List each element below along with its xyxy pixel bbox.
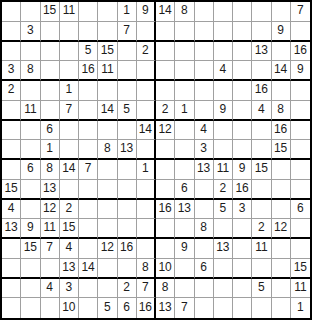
- cell-r5c1[interactable]: 2: [2, 81, 21, 101]
- cell-r3c12[interactable]: [214, 42, 233, 62]
- cell-r6c3[interactable]: [41, 101, 60, 121]
- cell-r7c14[interactable]: [252, 121, 271, 141]
- cell-r10c3[interactable]: 13: [41, 180, 60, 200]
- cell-r11c2[interactable]: [21, 200, 40, 220]
- cell-r9c16[interactable]: [291, 160, 310, 180]
- cell-r7c1[interactable]: [2, 121, 21, 141]
- cell-r6c15[interactable]: 8: [272, 101, 291, 121]
- cell-r5c5[interactable]: [79, 81, 98, 101]
- cell-r4c4[interactable]: [60, 61, 79, 81]
- cell-r12c4[interactable]: 15: [60, 219, 79, 239]
- cell-r2c1[interactable]: [2, 22, 21, 42]
- cell-r4c10[interactable]: [175, 61, 194, 81]
- cell-r1c14[interactable]: [252, 2, 271, 22]
- cell-r3c6[interactable]: 15: [98, 42, 117, 62]
- cell-r7c16[interactable]: [291, 121, 310, 141]
- cell-r13c16[interactable]: [291, 239, 310, 259]
- cell-r12c7[interactable]: [118, 219, 137, 239]
- cell-r6c10[interactable]: 1: [175, 101, 194, 121]
- cell-r4c2[interactable]: 8: [21, 61, 40, 81]
- cell-r13c4[interactable]: 4: [60, 239, 79, 259]
- cell-r5c4[interactable]: 1: [60, 81, 79, 101]
- cell-r3c8[interactable]: 2: [137, 42, 156, 62]
- cell-r14c14[interactable]: [252, 259, 271, 279]
- cell-r13c12[interactable]: 13: [214, 239, 233, 259]
- cell-r2c10[interactable]: [175, 22, 194, 42]
- cell-r12c16[interactable]: [291, 219, 310, 239]
- cell-r6c12[interactable]: 9: [214, 101, 233, 121]
- cell-r1c8[interactable]: 9: [137, 2, 156, 22]
- cell-r5c6[interactable]: [98, 81, 117, 101]
- cell-r10c9[interactable]: [156, 180, 175, 200]
- cell-r15c11[interactable]: [195, 279, 214, 299]
- cell-r8c9[interactable]: [156, 140, 175, 160]
- cell-r16c14[interactable]: [252, 298, 271, 318]
- cell-r9c5[interactable]: 7: [79, 160, 98, 180]
- cell-r2c15[interactable]: 9: [272, 22, 291, 42]
- cell-r15c15[interactable]: [272, 279, 291, 299]
- cell-r5c3[interactable]: [41, 81, 60, 101]
- cell-r12c11[interactable]: 8: [195, 219, 214, 239]
- cell-r3c3[interactable]: [41, 42, 60, 62]
- cell-r5c9[interactable]: [156, 81, 175, 101]
- cell-r5c13[interactable]: [233, 81, 252, 101]
- cell-r10c5[interactable]: [79, 180, 98, 200]
- cell-r10c11[interactable]: [195, 180, 214, 200]
- cell-r8c2[interactable]: [21, 140, 40, 160]
- cell-r5c2[interactable]: [21, 81, 40, 101]
- cell-r11c8[interactable]: [137, 200, 156, 220]
- cell-r4c16[interactable]: 9: [291, 61, 310, 81]
- cell-r8c13[interactable]: [233, 140, 252, 160]
- cell-r9c6[interactable]: [98, 160, 117, 180]
- cell-r6c7[interactable]: 5: [118, 101, 137, 121]
- cell-r13c1[interactable]: [2, 239, 21, 259]
- cell-r16c5[interactable]: [79, 298, 98, 318]
- cell-r13c5[interactable]: [79, 239, 98, 259]
- cell-r9c12[interactable]: 11: [214, 160, 233, 180]
- cell-r2c3[interactable]: [41, 22, 60, 42]
- cell-r14c3[interactable]: [41, 259, 60, 279]
- cell-r14c16[interactable]: 15: [291, 259, 310, 279]
- cell-r3c10[interactable]: [175, 42, 194, 62]
- cell-r6c5[interactable]: [79, 101, 98, 121]
- cell-r16c7[interactable]: 6: [118, 298, 137, 318]
- cell-r9c1[interactable]: [2, 160, 21, 180]
- cell-r12c15[interactable]: 12: [272, 219, 291, 239]
- cell-r14c1[interactable]: [2, 259, 21, 279]
- cell-r12c8[interactable]: [137, 219, 156, 239]
- cell-r11c16[interactable]: 6: [291, 200, 310, 220]
- cell-r9c9[interactable]: [156, 160, 175, 180]
- cell-r16c10[interactable]: 7: [175, 298, 194, 318]
- cell-r6c2[interactable]: 11: [21, 101, 40, 121]
- cell-r10c6[interactable]: [98, 180, 117, 200]
- cell-r8c12[interactable]: [214, 140, 233, 160]
- cell-r4c6[interactable]: 11: [98, 61, 117, 81]
- cell-r3c9[interactable]: [156, 42, 175, 62]
- cell-r1c15[interactable]: [272, 2, 291, 22]
- cell-r8c16[interactable]: [291, 140, 310, 160]
- cell-r14c7[interactable]: [118, 259, 137, 279]
- cell-r13c9[interactable]: [156, 239, 175, 259]
- cell-r12c14[interactable]: 2: [252, 219, 271, 239]
- cell-r2c14[interactable]: [252, 22, 271, 42]
- cell-r15c5[interactable]: [79, 279, 98, 299]
- cell-r11c13[interactable]: 3: [233, 200, 252, 220]
- cell-r3c16[interactable]: 16: [291, 42, 310, 62]
- cell-r9c15[interactable]: [272, 160, 291, 180]
- cell-r16c13[interactable]: [233, 298, 252, 318]
- cell-r5c8[interactable]: [137, 81, 156, 101]
- cell-r9c10[interactable]: [175, 160, 194, 180]
- cell-r4c5[interactable]: 16: [79, 61, 98, 81]
- cell-r10c12[interactable]: 2: [214, 180, 233, 200]
- cell-r3c5[interactable]: 5: [79, 42, 98, 62]
- cell-r5c7[interactable]: [118, 81, 137, 101]
- cell-r16c2[interactable]: [21, 298, 40, 318]
- cell-r9c7[interactable]: [118, 160, 137, 180]
- cell-r6c9[interactable]: 2: [156, 101, 175, 121]
- cell-r8c5[interactable]: [79, 140, 98, 160]
- cell-r2c13[interactable]: [233, 22, 252, 42]
- cell-r11c3[interactable]: 12: [41, 200, 60, 220]
- cell-r8c3[interactable]: 1: [41, 140, 60, 160]
- cell-r7c15[interactable]: 16: [272, 121, 291, 141]
- cell-r4c15[interactable]: 14: [272, 61, 291, 81]
- cell-r4c14[interactable]: [252, 61, 271, 81]
- cell-r7c2[interactable]: [21, 121, 40, 141]
- cell-r3c1[interactable]: [2, 42, 21, 62]
- cell-r13c6[interactable]: 12: [98, 239, 117, 259]
- cell-r16c8[interactable]: 16: [137, 298, 156, 318]
- cell-r10c1[interactable]: 15: [2, 180, 21, 200]
- cell-r12c3[interactable]: 11: [41, 219, 60, 239]
- cell-r2c6[interactable]: [98, 22, 117, 42]
- cell-r16c9[interactable]: 13: [156, 298, 175, 318]
- cell-r15c16[interactable]: 11: [291, 279, 310, 299]
- cell-r14c9[interactable]: 10: [156, 259, 175, 279]
- cell-r9c13[interactable]: 9: [233, 160, 252, 180]
- cell-r8c14[interactable]: [252, 140, 271, 160]
- cell-r2c16[interactable]: [291, 22, 310, 42]
- cell-r8c4[interactable]: [60, 140, 79, 160]
- cell-r4c1[interactable]: 3: [2, 61, 21, 81]
- cell-r13c7[interactable]: 16: [118, 239, 137, 259]
- cell-r5c11[interactable]: [195, 81, 214, 101]
- cell-r15c14[interactable]: 5: [252, 279, 271, 299]
- cell-r14c2[interactable]: [21, 259, 40, 279]
- cell-r14c6[interactable]: [98, 259, 117, 279]
- cell-r2c12[interactable]: [214, 22, 233, 42]
- cell-r7c6[interactable]: [98, 121, 117, 141]
- cell-r6c16[interactable]: [291, 101, 310, 121]
- cell-r5c16[interactable]: [291, 81, 310, 101]
- cell-r8c11[interactable]: 3: [195, 140, 214, 160]
- cell-r3c11[interactable]: [195, 42, 214, 62]
- cell-r14c15[interactable]: [272, 259, 291, 279]
- cell-r2c8[interactable]: [137, 22, 156, 42]
- cell-r15c9[interactable]: 8: [156, 279, 175, 299]
- cell-r3c13[interactable]: [233, 42, 252, 62]
- cell-r11c11[interactable]: [195, 200, 214, 220]
- cell-r3c7[interactable]: [118, 42, 137, 62]
- cell-r16c1[interactable]: [2, 298, 21, 318]
- cell-r8c10[interactable]: [175, 140, 194, 160]
- cell-r6c6[interactable]: 14: [98, 101, 117, 121]
- cell-r6c4[interactable]: 7: [60, 101, 79, 121]
- cell-r11c5[interactable]: [79, 200, 98, 220]
- cell-r11c10[interactable]: 13: [175, 200, 194, 220]
- cell-r7c11[interactable]: 4: [195, 121, 214, 141]
- cell-r6c13[interactable]: [233, 101, 252, 121]
- cell-r13c2[interactable]: 15: [21, 239, 40, 259]
- cell-r16c6[interactable]: 5: [98, 298, 117, 318]
- cell-r11c14[interactable]: [252, 200, 271, 220]
- cell-r9c3[interactable]: 8: [41, 160, 60, 180]
- cell-r11c15[interactable]: [272, 200, 291, 220]
- cell-r7c4[interactable]: [60, 121, 79, 141]
- cell-r6c1[interactable]: [2, 101, 21, 121]
- cell-r10c16[interactable]: [291, 180, 310, 200]
- cell-r2c4[interactable]: [60, 22, 79, 42]
- cell-r13c14[interactable]: 11: [252, 239, 271, 259]
- cell-r8c8[interactable]: [137, 140, 156, 160]
- cell-r13c11[interactable]: [195, 239, 214, 259]
- cell-r7c5[interactable]: [79, 121, 98, 141]
- cell-r3c2[interactable]: [21, 42, 40, 62]
- cell-r1c3[interactable]: 15: [41, 2, 60, 22]
- cell-r15c6[interactable]: [98, 279, 117, 299]
- cell-r13c13[interactable]: [233, 239, 252, 259]
- cell-r10c15[interactable]: [272, 180, 291, 200]
- cell-r4c12[interactable]: 4: [214, 61, 233, 81]
- cell-r9c2[interactable]: 6: [21, 160, 40, 180]
- cell-r4c11[interactable]: [195, 61, 214, 81]
- cell-r14c10[interactable]: [175, 259, 194, 279]
- cell-r1c9[interactable]: 14: [156, 2, 175, 22]
- cell-r16c15[interactable]: [272, 298, 291, 318]
- cell-r2c9[interactable]: [156, 22, 175, 42]
- cell-r4c7[interactable]: [118, 61, 137, 81]
- cell-r16c16[interactable]: 1: [291, 298, 310, 318]
- cell-r7c10[interactable]: [175, 121, 194, 141]
- cell-r9c4[interactable]: 14: [60, 160, 79, 180]
- cell-r6c11[interactable]: [195, 101, 214, 121]
- cell-r5c14[interactable]: 16: [252, 81, 271, 101]
- cell-r16c3[interactable]: [41, 298, 60, 318]
- cell-r2c2[interactable]: 3: [21, 22, 40, 42]
- cell-r11c6[interactable]: [98, 200, 117, 220]
- cell-r2c11[interactable]: [195, 22, 214, 42]
- cell-r5c12[interactable]: [214, 81, 233, 101]
- cell-r1c11[interactable]: [195, 2, 214, 22]
- cell-r15c2[interactable]: [21, 279, 40, 299]
- cell-r1c1[interactable]: [2, 2, 21, 22]
- cell-r11c9[interactable]: 16: [156, 200, 175, 220]
- cell-r1c6[interactable]: [98, 2, 117, 22]
- cell-r15c1[interactable]: [2, 279, 21, 299]
- cell-r1c5[interactable]: [79, 2, 98, 22]
- cell-r12c1[interactable]: 13: [2, 219, 21, 239]
- cell-r8c15[interactable]: 15: [272, 140, 291, 160]
- cell-r8c7[interactable]: 13: [118, 140, 137, 160]
- cell-r12c9[interactable]: [156, 219, 175, 239]
- cell-r9c8[interactable]: 1: [137, 160, 156, 180]
- cell-r3c14[interactable]: 13: [252, 42, 271, 62]
- cell-r1c16[interactable]: 7: [291, 2, 310, 22]
- cell-r1c13[interactable]: [233, 2, 252, 22]
- cell-r14c5[interactable]: 14: [79, 259, 98, 279]
- cell-r10c7[interactable]: [118, 180, 137, 200]
- cell-r13c15[interactable]: [272, 239, 291, 259]
- cell-r10c13[interactable]: 16: [233, 180, 252, 200]
- cell-r1c4[interactable]: 11: [60, 2, 79, 22]
- cell-r15c12[interactable]: [214, 279, 233, 299]
- cell-r12c2[interactable]: 9: [21, 219, 40, 239]
- cell-r14c4[interactable]: 13: [60, 259, 79, 279]
- cell-r15c4[interactable]: 3: [60, 279, 79, 299]
- cell-r9c14[interactable]: 15: [252, 160, 271, 180]
- cell-r10c14[interactable]: [252, 180, 271, 200]
- cell-r3c4[interactable]: [60, 42, 79, 62]
- cell-r5c15[interactable]: [272, 81, 291, 101]
- cell-r13c3[interactable]: 7: [41, 239, 60, 259]
- cell-r16c12[interactable]: [214, 298, 233, 318]
- cell-r14c8[interactable]: 8: [137, 259, 156, 279]
- cell-r14c12[interactable]: [214, 259, 233, 279]
- cell-r4c8[interactable]: [137, 61, 156, 81]
- cell-r10c4[interactable]: [60, 180, 79, 200]
- cell-r1c2[interactable]: [21, 2, 40, 22]
- cell-r2c7[interactable]: 7: [118, 22, 137, 42]
- cell-r15c7[interactable]: 2: [118, 279, 137, 299]
- cell-r3c15[interactable]: [272, 42, 291, 62]
- cell-r7c9[interactable]: 12: [156, 121, 175, 141]
- cell-r11c12[interactable]: 5: [214, 200, 233, 220]
- cell-r15c13[interactable]: [233, 279, 252, 299]
- cell-r6c8[interactable]: [137, 101, 156, 121]
- cell-r15c8[interactable]: 7: [137, 279, 156, 299]
- cell-r14c11[interactable]: 6: [195, 259, 214, 279]
- cell-r10c2[interactable]: [21, 180, 40, 200]
- cell-r6c14[interactable]: 4: [252, 101, 271, 121]
- cell-r12c10[interactable]: [175, 219, 194, 239]
- cell-r7c8[interactable]: 14: [137, 121, 156, 141]
- cell-r1c12[interactable]: [214, 2, 233, 22]
- cell-r12c13[interactable]: [233, 219, 252, 239]
- cell-r12c6[interactable]: [98, 219, 117, 239]
- cell-r4c9[interactable]: [156, 61, 175, 81]
- cell-r2c5[interactable]: [79, 22, 98, 42]
- cell-r15c3[interactable]: 4: [41, 279, 60, 299]
- cell-r11c7[interactable]: [118, 200, 137, 220]
- cell-r16c4[interactable]: 10: [60, 298, 79, 318]
- cell-r12c12[interactable]: [214, 219, 233, 239]
- cell-r7c13[interactable]: [233, 121, 252, 141]
- cell-r11c4[interactable]: 2: [60, 200, 79, 220]
- cell-r16c11[interactable]: [195, 298, 214, 318]
- cell-r4c3[interactable]: [41, 61, 60, 81]
- cell-r8c6[interactable]: 8: [98, 140, 117, 160]
- cell-r8c1[interactable]: [2, 140, 21, 160]
- cell-r1c10[interactable]: 8: [175, 2, 194, 22]
- cell-r10c8[interactable]: [137, 180, 156, 200]
- cell-r11c1[interactable]: 4: [2, 200, 21, 220]
- cell-r12c5[interactable]: [79, 219, 98, 239]
- cell-r7c3[interactable]: 6: [41, 121, 60, 141]
- cell-r13c10[interactable]: 9: [175, 239, 194, 259]
- cell-r14c13[interactable]: [233, 259, 252, 279]
- cell-r5c10[interactable]: [175, 81, 194, 101]
- cell-r10c10[interactable]: 6: [175, 180, 194, 200]
- cell-r4c13[interactable]: [233, 61, 252, 81]
- cell-r7c12[interactable]: [214, 121, 233, 141]
- cell-r7c7[interactable]: [118, 121, 137, 141]
- cell-r1c7[interactable]: 1: [118, 2, 137, 22]
- cell-r15c10[interactable]: [175, 279, 194, 299]
- cell-r9c11[interactable]: 13: [195, 160, 214, 180]
- cell-r13c8[interactable]: [137, 239, 156, 259]
- sudoku-board: 1511191487379515213163816114149211611714…: [0, 0, 312, 320]
